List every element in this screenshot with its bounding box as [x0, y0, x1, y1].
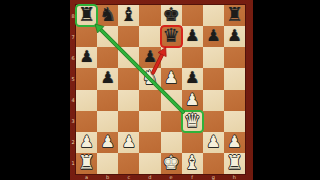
- square-h8: ♜: [224, 5, 245, 26]
- square-h6: [224, 47, 245, 68]
- square-c6: [118, 47, 139, 68]
- piece-white-rook: ♜: [226, 152, 243, 173]
- file-label-f: f: [182, 174, 203, 180]
- piece-black-pawn: ♟: [227, 25, 241, 46]
- square-b2: ♟: [97, 132, 118, 153]
- square-g8: [203, 5, 224, 26]
- square-f7: ♟: [182, 26, 203, 47]
- square-g4: [203, 90, 224, 111]
- square-c5: [118, 68, 139, 89]
- square-f8: [182, 5, 203, 26]
- square-f2: [182, 132, 203, 153]
- square-c2: ♟: [118, 132, 139, 153]
- square-e5: ♟: [161, 68, 182, 89]
- letterbox-left: [0, 0, 70, 180]
- piece-black-pawn: ♟: [79, 46, 93, 67]
- square-h7: ♟: [224, 26, 245, 47]
- square-b6: [97, 47, 118, 68]
- square-e2: [161, 132, 182, 153]
- square-b3: [97, 111, 118, 132]
- square-b1: [97, 153, 118, 174]
- piece-black-rook: ♜: [226, 4, 243, 25]
- piece-black-bishop: ♝: [120, 4, 137, 25]
- square-f6: [182, 47, 203, 68]
- square-a1: ♜: [76, 153, 97, 174]
- square-a2: ♟: [76, 132, 97, 153]
- piece-white-pawn: ♟: [164, 67, 178, 88]
- square-d3: [139, 111, 160, 132]
- file-label-b: b: [97, 174, 118, 180]
- piece-black-pawn: ♟: [101, 67, 115, 88]
- letterbox-right: [253, 0, 320, 180]
- square-h4: [224, 90, 245, 111]
- chessboard: 87654321 abcdefgh ♜♞♝♚♜♛♟♟♟♟♟♟♞♟♟♟♛♟♟♟♟♟…: [70, 0, 253, 180]
- highlight-e7: [160, 25, 183, 48]
- square-g3: [203, 111, 224, 132]
- piece-white-pawn: ♟: [185, 89, 199, 110]
- square-c4: [118, 90, 139, 111]
- piece-black-knight: ♞: [99, 4, 116, 25]
- piece-black-pawn: ♟: [206, 25, 220, 46]
- square-d4: [139, 90, 160, 111]
- square-e6: [161, 47, 182, 68]
- piece-white-pawn: ♟: [101, 131, 115, 152]
- square-a7: [76, 26, 97, 47]
- piece-white-pawn: ♟: [227, 131, 241, 152]
- square-e3: [161, 111, 182, 132]
- piece-black-pawn: ♟: [185, 25, 199, 46]
- file-label-a: a: [76, 174, 97, 180]
- file-label-g: g: [203, 174, 224, 180]
- square-f5: ♟: [182, 68, 203, 89]
- square-f4: ♟: [182, 90, 203, 111]
- piece-white-pawn: ♟: [206, 131, 220, 152]
- square-b7: [97, 26, 118, 47]
- piece-white-rook: ♜: [78, 152, 95, 173]
- piece-black-pawn: ♟: [143, 46, 157, 67]
- square-a6: ♟: [76, 47, 97, 68]
- square-c7: [118, 26, 139, 47]
- piece-white-king: ♚: [163, 152, 180, 173]
- highlight-a8: [75, 4, 98, 27]
- piece-black-pawn: ♟: [185, 67, 199, 88]
- square-e4: [161, 90, 182, 111]
- square-c1: [118, 153, 139, 174]
- file-label-h: h: [224, 174, 245, 180]
- highlight-f3: [181, 110, 204, 133]
- square-d6: ♟: [139, 47, 160, 68]
- square-b4: [97, 90, 118, 111]
- square-d8: [139, 5, 160, 26]
- square-g7: ♟: [203, 26, 224, 47]
- square-h3: [224, 111, 245, 132]
- file-label-d: d: [139, 174, 160, 180]
- square-e1: ♚: [161, 153, 182, 174]
- square-a4: [76, 90, 97, 111]
- square-h2: ♟: [224, 132, 245, 153]
- piece-white-bishop: ♝: [184, 152, 201, 173]
- square-a3: [76, 111, 97, 132]
- square-g5: [203, 68, 224, 89]
- square-a5: [76, 68, 97, 89]
- piece-white-pawn: ♟: [122, 131, 136, 152]
- square-c8: ♝: [118, 5, 139, 26]
- file-label-e: e: [161, 174, 182, 180]
- piece-white-pawn: ♟: [79, 131, 93, 152]
- file-labels: abcdefgh: [76, 174, 245, 180]
- square-h1: ♜: [224, 153, 245, 174]
- piece-white-knight: ♞: [141, 67, 158, 88]
- square-g2: ♟: [203, 132, 224, 153]
- square-f1: ♝: [182, 153, 203, 174]
- piece-black-king: ♚: [163, 4, 180, 25]
- square-d2: [139, 132, 160, 153]
- square-c3: [118, 111, 139, 132]
- square-d5: ♞: [139, 68, 160, 89]
- square-d1: [139, 153, 160, 174]
- square-d7: [139, 26, 160, 47]
- square-b5: ♟: [97, 68, 118, 89]
- file-label-c: c: [118, 174, 139, 180]
- square-g6: [203, 47, 224, 68]
- square-g1: [203, 153, 224, 174]
- square-h5: [224, 68, 245, 89]
- square-b8: ♞: [97, 5, 118, 26]
- square-e8: ♚: [161, 5, 182, 26]
